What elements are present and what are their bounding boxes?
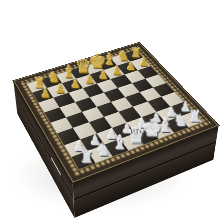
scene: ♜♞♝♛♚♝♞♜♟♟♟♟♟♟♟♟♟♟♟♟♟♟♟♟♜♞♝♛♚♝♞♜ xyxy=(0,0,222,222)
chess-box: ♜♞♝♛♚♝♞♜♟♟♟♟♟♟♟♟♟♟♟♟♟♟♟♟♜♞♝♛♚♝♞♜ xyxy=(13,42,218,182)
nameplate xyxy=(51,157,61,176)
product-photo: ♜♞♝♛♚♝♞♜♟♟♟♟♟♟♟♟♟♟♟♟♟♟♟♟♜♞♝♛♚♝♞♜ xyxy=(0,0,222,222)
square-e3 xyxy=(119,107,142,122)
